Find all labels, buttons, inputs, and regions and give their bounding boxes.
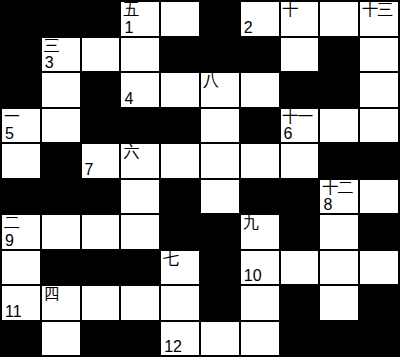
across-clue-number-2: 2 [244, 20, 253, 36]
cell-r9c5[interactable] [201, 322, 239, 356]
cell-r5c4-block [161, 180, 199, 214]
cell-r7c2-block [82, 251, 120, 285]
cell-r1c7[interactable] [281, 38, 319, 72]
across-clue-number-10: 10 [244, 268, 262, 284]
cell-r8c6[interactable] [241, 286, 279, 320]
down-clue-number-十二: 十二 [322, 180, 352, 197]
cell-r2c9[interactable] [360, 73, 398, 107]
cell-r8c7-block [281, 286, 319, 320]
cell-r3c5[interactable] [201, 109, 239, 143]
cell-r9c7-block [281, 322, 319, 356]
cell-r3c9[interactable] [360, 109, 398, 143]
cell-r2c7-block [281, 73, 319, 107]
across-clue-number-12: 12 [164, 339, 182, 355]
cell-r2c5[interactable]: 八 [201, 73, 239, 107]
cell-r3c3-block [121, 109, 159, 143]
cell-r4c6[interactable] [241, 144, 279, 178]
cell-r6c5-block [201, 215, 239, 249]
cell-r9c6[interactable] [241, 322, 279, 356]
down-clue-number-七: 七 [163, 251, 178, 268]
cell-r2c0-block [2, 73, 40, 107]
down-clue-number-九: 九 [243, 215, 258, 232]
cell-r0c6[interactable]: 2 [241, 2, 279, 36]
down-clue-number-六: 六 [123, 144, 138, 161]
cell-r5c2-block [82, 180, 120, 214]
down-clue-number-八: 八 [203, 73, 218, 90]
cell-r6c0[interactable]: 二9 [2, 215, 40, 249]
cell-r2c1[interactable] [42, 73, 80, 107]
cell-r6c1[interactable] [42, 215, 80, 249]
across-clue-number-8: 8 [323, 197, 332, 213]
cell-r9c3-block [121, 322, 159, 356]
cell-r6c3[interactable] [121, 215, 159, 249]
cell-r1c9[interactable] [360, 38, 398, 72]
cell-r5c9[interactable] [360, 180, 398, 214]
cell-r1c6-block [241, 38, 279, 72]
crossword-grid: 五12十十三三34八一5十一67六十二8二9九七1011四12 [0, 0, 400, 357]
cell-r5c6-block [241, 180, 279, 214]
cell-r5c8[interactable]: 十二8 [320, 180, 358, 214]
down-clue-number-二: 二 [4, 215, 19, 232]
cell-r2c4[interactable] [161, 73, 199, 107]
down-clue-number-四: 四 [44, 286, 59, 303]
cell-r4c0[interactable] [2, 144, 40, 178]
cell-r7c8[interactable] [320, 251, 358, 285]
cell-r0c7[interactable]: 十 [281, 2, 319, 36]
cell-r0c1-block [42, 2, 80, 36]
across-clue-number-11: 11 [5, 304, 22, 320]
cell-r8c4[interactable] [161, 286, 199, 320]
cell-r0c3[interactable]: 五1 [121, 2, 159, 36]
cell-r8c3[interactable] [121, 286, 159, 320]
cell-r8c1[interactable]: 四 [42, 286, 80, 320]
cell-r6c4-block [161, 215, 199, 249]
cell-r6c6[interactable]: 九 [241, 215, 279, 249]
cell-r9c1[interactable] [42, 322, 80, 356]
cell-r2c3[interactable]: 4 [121, 73, 159, 107]
cell-r1c2[interactable] [82, 38, 120, 72]
cell-r6c8[interactable] [320, 215, 358, 249]
cell-r3c7[interactable]: 十一6 [281, 109, 319, 143]
cell-r9c8-block [320, 322, 358, 356]
cell-r1c5-block [201, 38, 239, 72]
cell-r1c8-block [320, 38, 358, 72]
cell-r4c9-block [360, 144, 398, 178]
cell-r9c2-block [82, 322, 120, 356]
cell-r7c5-block [201, 251, 239, 285]
across-clue-number-1: 1 [124, 20, 133, 36]
cell-r7c3-block [121, 251, 159, 285]
cell-r1c1[interactable]: 三3 [42, 38, 80, 72]
down-clue-number-三: 三 [44, 38, 59, 55]
cell-r9c4[interactable]: 12 [161, 322, 199, 356]
cell-r4c7[interactable] [281, 144, 319, 178]
cell-r1c4-block [161, 38, 199, 72]
cell-r0c2-block [82, 2, 120, 36]
across-clue-number-3: 3 [45, 55, 54, 71]
cell-r0c9[interactable]: 十三 [360, 2, 398, 36]
across-clue-number-4: 4 [124, 91, 133, 107]
cell-r3c6-block [241, 109, 279, 143]
cell-r6c9-block [360, 215, 398, 249]
cell-r5c5[interactable] [201, 180, 239, 214]
cell-r9c0-block [2, 322, 40, 356]
across-clue-number-7: 7 [85, 162, 94, 178]
cell-r3c1[interactable] [42, 109, 80, 143]
cell-r4c3[interactable]: 六 [121, 144, 159, 178]
down-clue-number-十: 十 [283, 2, 298, 19]
cell-r7c6[interactable]: 10 [241, 251, 279, 285]
cell-r1c0-block [2, 38, 40, 72]
cell-r7c4[interactable]: 七 [161, 251, 199, 285]
cell-r6c7-block [281, 215, 319, 249]
cell-r3c4-block [161, 109, 199, 143]
cell-r9c9-block [360, 322, 398, 356]
down-clue-number-十一: 十一 [283, 109, 313, 126]
cell-r7c0[interactable] [2, 251, 40, 285]
cell-r7c9[interactable] [360, 251, 398, 285]
cell-r6c2[interactable] [82, 215, 120, 249]
cell-r0c4[interactable] [161, 2, 199, 36]
cell-r0c8[interactable] [320, 2, 358, 36]
cell-r5c3[interactable] [121, 180, 159, 214]
cell-r2c8-block [320, 73, 358, 107]
cell-r3c0[interactable]: 一5 [2, 109, 40, 143]
down-clue-number-十三: 十三 [362, 2, 392, 19]
across-clue-number-6: 6 [284, 126, 293, 142]
cell-r4c4[interactable] [161, 144, 199, 178]
cell-r4c1-block [42, 144, 80, 178]
down-clue-number-一: 一 [4, 109, 19, 126]
cell-r4c2[interactable]: 7 [82, 144, 120, 178]
across-clue-number-5: 5 [5, 126, 14, 142]
across-clue-number-9: 9 [5, 233, 14, 249]
cell-r8c8[interactable] [320, 286, 358, 320]
cell-r8c2[interactable] [82, 286, 120, 320]
cell-r3c8[interactable] [320, 109, 358, 143]
cell-r4c5[interactable] [201, 144, 239, 178]
cell-r0c5-block [201, 2, 239, 36]
cell-r3c2-block [82, 109, 120, 143]
cell-r5c1-block [42, 180, 80, 214]
cell-r7c7[interactable] [281, 251, 319, 285]
cell-r8c5-block [201, 286, 239, 320]
cell-r1c3[interactable] [121, 38, 159, 72]
cell-r2c2-block [82, 73, 120, 107]
cell-r2c6[interactable] [241, 73, 279, 107]
cell-r8c9-block [360, 286, 398, 320]
cell-r7c1-block [42, 251, 80, 285]
cell-r5c0-block [2, 180, 40, 214]
cell-r0c0-block [2, 2, 40, 36]
cell-r4c8-block [320, 144, 358, 178]
cell-r8c0[interactable]: 11 [2, 286, 40, 320]
down-clue-number-五: 五 [123, 2, 138, 19]
cell-r5c7-block [281, 180, 319, 214]
